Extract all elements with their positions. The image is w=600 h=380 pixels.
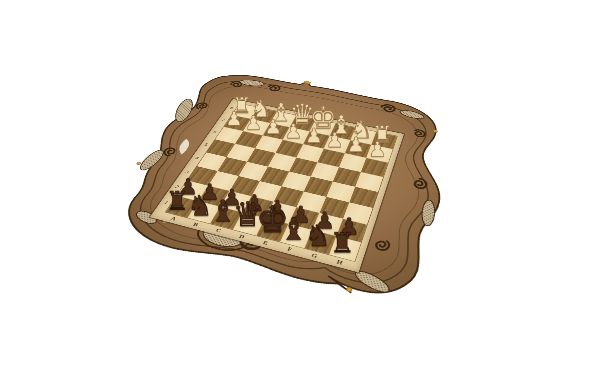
board-3d: 87654321 ♜♞♝♛♚♝♞♜♟♟♟♟♟♟♟♟♟♟♟♟♟♟♟♟♜♞♝♛♚♝♞… (35, 59, 478, 374)
brass-pin-left (136, 162, 141, 165)
dark-queen: ♛ (233, 198, 258, 232)
square-e6 (296, 144, 323, 162)
product-photo: 87654321 ♜♞♝♛♚♝♞♜♟♟♟♟♟♟♟♟♟♟♟♟♟♟♟♟♜♞♝♛♚♝♞… (0, 0, 600, 380)
